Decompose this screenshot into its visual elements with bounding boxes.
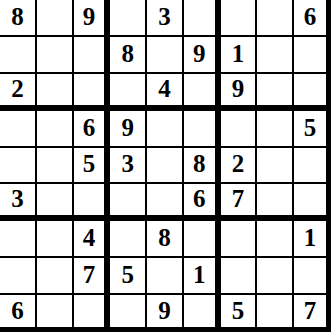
cell-r8c4[interactable]: 5 xyxy=(110,258,147,295)
cell-r3c6[interactable] xyxy=(184,74,221,111)
cell-r8c2[interactable] xyxy=(37,258,74,295)
cell-r5c8[interactable] xyxy=(257,148,294,185)
cell-r6c4[interactable] xyxy=(110,184,147,221)
cell-r8c9[interactable] xyxy=(294,258,331,295)
cell-r7c9[interactable]: 1 xyxy=(294,221,331,258)
cell-r2c6[interactable]: 9 xyxy=(184,37,221,74)
cell-r9c1[interactable]: 6 xyxy=(0,295,37,332)
cell-r9c6[interactable] xyxy=(184,295,221,332)
cell-r6c6[interactable]: 6 xyxy=(184,184,221,221)
cell-r1c9[interactable]: 6 xyxy=(294,0,331,37)
given-digit: 9 xyxy=(193,41,206,66)
cell-r4c2[interactable] xyxy=(37,111,74,148)
cell-r7c2[interactable] xyxy=(37,221,74,258)
cell-r2c7[interactable]: 1 xyxy=(221,37,258,74)
cell-r1c7[interactable] xyxy=(221,0,258,37)
cell-r4c4[interactable]: 9 xyxy=(110,111,147,148)
cell-r3c2[interactable] xyxy=(37,74,74,111)
given-digit: 8 xyxy=(158,225,171,250)
given-digit: 7 xyxy=(304,298,317,323)
cell-r2c1[interactable] xyxy=(0,37,37,74)
given-digit: 4 xyxy=(158,76,171,101)
cell-r7c6[interactable] xyxy=(184,221,221,258)
cell-r3c4[interactable] xyxy=(110,74,147,111)
cell-r5c7[interactable]: 2 xyxy=(221,148,258,185)
given-digit: 9 xyxy=(232,76,245,101)
cell-r7c1[interactable] xyxy=(0,221,37,258)
given-digit: 8 xyxy=(193,151,206,176)
cell-r1c4[interactable] xyxy=(110,0,147,37)
cell-r5c9[interactable] xyxy=(294,148,331,185)
cell-r1c2[interactable] xyxy=(37,0,74,37)
cell-r9c9[interactable]: 7 xyxy=(294,295,331,332)
cell-r5c4[interactable]: 3 xyxy=(110,148,147,185)
cell-r8c5[interactable] xyxy=(147,258,184,295)
given-digit: 3 xyxy=(158,4,171,29)
given-digit: 5 xyxy=(83,151,96,176)
cell-r3c5[interactable]: 4 xyxy=(147,74,184,111)
cell-r2c8[interactable] xyxy=(257,37,294,74)
given-digit: 8 xyxy=(11,4,24,29)
cell-r6c1[interactable]: 3 xyxy=(0,184,37,221)
cell-r8c1[interactable] xyxy=(0,258,37,295)
cell-r3c7[interactable]: 9 xyxy=(221,74,258,111)
cell-r8c7[interactable] xyxy=(221,258,258,295)
cell-r4c1[interactable] xyxy=(0,111,37,148)
given-digit: 6 xyxy=(11,298,24,323)
given-digit: 7 xyxy=(232,186,245,211)
given-digit: 6 xyxy=(193,186,206,211)
given-digit: 3 xyxy=(11,186,24,211)
cell-r5c5[interactable] xyxy=(147,148,184,185)
cell-r6c9[interactable] xyxy=(294,184,331,221)
cell-r6c3[interactable] xyxy=(74,184,111,221)
cell-r9c7[interactable]: 5 xyxy=(221,295,258,332)
cell-r9c2[interactable] xyxy=(37,295,74,332)
cell-r1c1[interactable]: 8 xyxy=(0,0,37,37)
cell-r4c9[interactable]: 5 xyxy=(294,111,331,148)
given-digit: 4 xyxy=(83,225,96,250)
given-digit: 5 xyxy=(304,115,317,140)
cell-r3c3[interactable] xyxy=(74,74,111,111)
cell-r3c8[interactable] xyxy=(257,74,294,111)
cell-r9c4[interactable] xyxy=(110,295,147,332)
given-digit: 5 xyxy=(121,262,134,287)
cell-r5c1[interactable] xyxy=(0,148,37,185)
cell-r6c5[interactable] xyxy=(147,184,184,221)
cell-r9c5[interactable]: 9 xyxy=(147,295,184,332)
sudoku-board: 893689124969553823674817516957 xyxy=(0,0,331,332)
cell-r2c3[interactable] xyxy=(74,37,111,74)
given-digit: 9 xyxy=(158,298,171,323)
cell-r1c5[interactable]: 3 xyxy=(147,0,184,37)
cell-r4c3[interactable]: 6 xyxy=(74,111,111,148)
given-digit: 3 xyxy=(121,151,134,176)
cell-r3c1[interactable]: 2 xyxy=(0,74,37,111)
cell-r9c8[interactable] xyxy=(257,295,294,332)
given-digit: 6 xyxy=(83,115,96,140)
given-digit: 9 xyxy=(121,115,134,140)
given-digit: 1 xyxy=(193,262,206,287)
given-digit: 9 xyxy=(83,4,96,29)
given-digit: 2 xyxy=(11,76,24,101)
cell-r1c3[interactable]: 9 xyxy=(74,0,111,37)
cell-r7c3[interactable]: 4 xyxy=(74,221,111,258)
cell-r8c8[interactable] xyxy=(257,258,294,295)
given-digit: 6 xyxy=(304,4,317,29)
cell-r2c9[interactable] xyxy=(294,37,331,74)
cell-r6c8[interactable] xyxy=(257,184,294,221)
cell-r5c6[interactable]: 8 xyxy=(184,148,221,185)
cell-r1c6[interactable] xyxy=(184,0,221,37)
cell-r4c8[interactable] xyxy=(257,111,294,148)
cell-r3c9[interactable] xyxy=(294,74,331,111)
cell-r7c4[interactable] xyxy=(110,221,147,258)
sudoku-puzzle: 893689124969553823674817516957 xyxy=(0,0,331,332)
given-digit: 1 xyxy=(304,225,317,250)
cell-r1c8[interactable] xyxy=(257,0,294,37)
given-digit: 1 xyxy=(232,41,245,66)
cell-r7c7[interactable] xyxy=(221,221,258,258)
cell-r2c4[interactable]: 8 xyxy=(110,37,147,74)
cell-r8c6[interactable]: 1 xyxy=(184,258,221,295)
cell-r4c6[interactable] xyxy=(184,111,221,148)
given-digit: 8 xyxy=(121,41,134,66)
cell-r7c8[interactable] xyxy=(257,221,294,258)
cell-r2c5[interactable] xyxy=(147,37,184,74)
cell-r4c7[interactable] xyxy=(221,111,258,148)
given-digit: 2 xyxy=(232,151,245,176)
cell-r6c2[interactable] xyxy=(37,184,74,221)
cell-r4c5[interactable] xyxy=(147,111,184,148)
cell-r7c5[interactable]: 8 xyxy=(147,221,184,258)
cell-r6c7[interactable]: 7 xyxy=(221,184,258,221)
cell-r2c2[interactable] xyxy=(37,37,74,74)
given-digit: 7 xyxy=(83,262,96,287)
cell-r5c2[interactable] xyxy=(37,148,74,185)
given-digit: 5 xyxy=(232,298,245,323)
cell-r5c3[interactable]: 5 xyxy=(74,148,111,185)
cell-r9c3[interactable] xyxy=(74,295,111,332)
cell-r8c3[interactable]: 7 xyxy=(74,258,111,295)
